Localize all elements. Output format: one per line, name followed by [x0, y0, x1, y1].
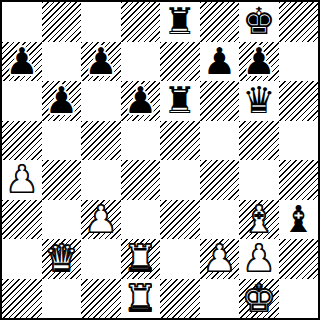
white-pawn[interactable]: ♟ [203, 239, 236, 278]
square-g5[interactable] [239, 121, 279, 161]
square-b3[interactable] [42, 200, 82, 240]
square-a3[interactable] [2, 200, 42, 240]
square-h4[interactable] [279, 160, 319, 200]
square-b5[interactable] [42, 121, 82, 161]
square-f5[interactable] [200, 121, 240, 161]
square-h8[interactable] [279, 2, 319, 42]
white-king[interactable]: ♚ [242, 279, 275, 318]
square-g4[interactable] [239, 160, 279, 200]
white-queen[interactable]: ♛ [45, 239, 78, 278]
square-d1[interactable]: ♜ [121, 279, 161, 319]
square-b2[interactable]: ♛ [42, 239, 82, 279]
square-b1[interactable] [42, 279, 82, 319]
square-h1[interactable] [279, 279, 319, 319]
square-d5[interactable] [121, 121, 161, 161]
black-pawn[interactable]: ♟ [242, 42, 275, 81]
black-rook[interactable]: ♜ [163, 2, 196, 41]
square-c8[interactable] [81, 2, 121, 42]
square-c3[interactable]: ♟ [81, 200, 121, 240]
square-a2[interactable] [2, 239, 42, 279]
square-d7[interactable] [121, 42, 161, 82]
white-pawn[interactable]: ♟ [84, 200, 117, 239]
square-g8[interactable]: ♚ [239, 2, 279, 42]
square-e3[interactable] [160, 200, 200, 240]
black-queen[interactable]: ♛ [242, 81, 275, 120]
white-pawn[interactable]: ♟ [242, 239, 275, 278]
square-d6[interactable]: ♟ [121, 81, 161, 121]
black-king[interactable]: ♚ [242, 2, 275, 41]
square-b4[interactable] [42, 160, 82, 200]
square-f2[interactable]: ♟ [200, 239, 240, 279]
square-f6[interactable] [200, 81, 240, 121]
black-pawn[interactable]: ♟ [124, 81, 157, 120]
square-a7[interactable]: ♟ [2, 42, 42, 82]
square-a6[interactable] [2, 81, 42, 121]
black-pawn[interactable]: ♟ [203, 42, 236, 81]
square-f8[interactable] [200, 2, 240, 42]
square-e6[interactable]: ♜ [160, 81, 200, 121]
square-e7[interactable] [160, 42, 200, 82]
square-b8[interactable] [42, 2, 82, 42]
square-g7[interactable]: ♟ [239, 42, 279, 82]
square-f4[interactable] [200, 160, 240, 200]
square-h2[interactable] [279, 239, 319, 279]
square-c6[interactable] [81, 81, 121, 121]
square-e4[interactable] [160, 160, 200, 200]
square-d8[interactable] [121, 2, 161, 42]
chess-board: ♜♚♟♟♟♟♟♟♜♛♟♟♝♝♛♜♟♟♜♚ [0, 0, 320, 320]
square-c1[interactable] [81, 279, 121, 319]
square-g6[interactable]: ♛ [239, 81, 279, 121]
black-bishop[interactable]: ♝ [282, 200, 315, 239]
square-b6[interactable]: ♟ [42, 81, 82, 121]
square-e1[interactable] [160, 279, 200, 319]
black-pawn[interactable]: ♟ [5, 42, 38, 81]
square-f7[interactable]: ♟ [200, 42, 240, 82]
square-b7[interactable] [42, 42, 82, 82]
square-e5[interactable] [160, 121, 200, 161]
square-f3[interactable] [200, 200, 240, 240]
square-f1[interactable] [200, 279, 240, 319]
square-c7[interactable]: ♟ [81, 42, 121, 82]
square-g1[interactable]: ♚ [239, 279, 279, 319]
square-c5[interactable] [81, 121, 121, 161]
white-rook[interactable]: ♜ [124, 279, 157, 318]
square-e2[interactable] [160, 239, 200, 279]
square-d2[interactable]: ♜ [121, 239, 161, 279]
square-a5[interactable] [2, 121, 42, 161]
black-rook[interactable]: ♜ [163, 81, 196, 120]
square-e8[interactable]: ♜ [160, 2, 200, 42]
square-a8[interactable] [2, 2, 42, 42]
square-d4[interactable] [121, 160, 161, 200]
square-c4[interactable] [81, 160, 121, 200]
square-g3[interactable]: ♝ [239, 200, 279, 240]
square-d3[interactable] [121, 200, 161, 240]
square-a1[interactable] [2, 279, 42, 319]
square-h5[interactable] [279, 121, 319, 161]
white-bishop[interactable]: ♝ [242, 200, 275, 239]
white-rook[interactable]: ♜ [124, 239, 157, 278]
square-h7[interactable] [279, 42, 319, 82]
white-pawn[interactable]: ♟ [5, 160, 38, 199]
black-pawn[interactable]: ♟ [84, 42, 117, 81]
square-a4[interactable]: ♟ [2, 160, 42, 200]
square-h6[interactable] [279, 81, 319, 121]
square-g2[interactable]: ♟ [239, 239, 279, 279]
square-c2[interactable] [81, 239, 121, 279]
square-h3[interactable]: ♝ [279, 200, 319, 240]
black-pawn[interactable]: ♟ [45, 81, 78, 120]
